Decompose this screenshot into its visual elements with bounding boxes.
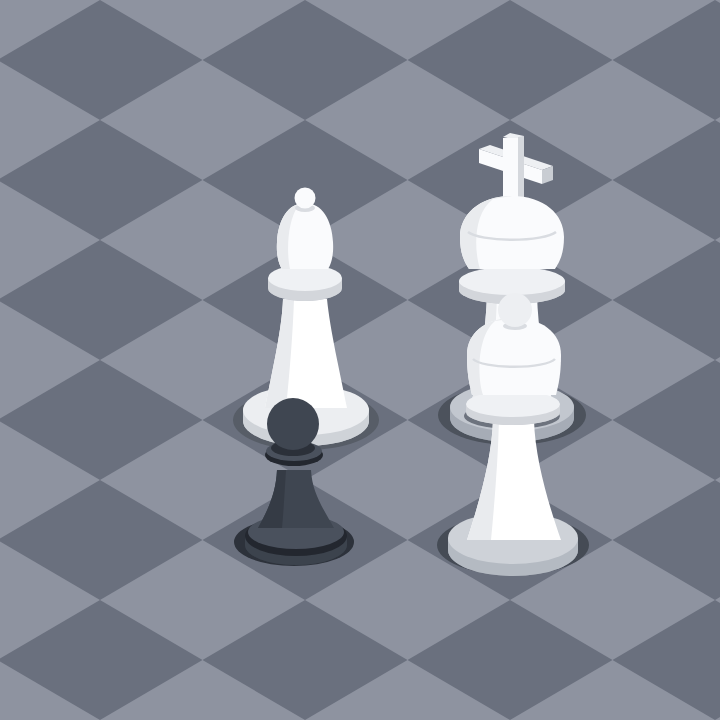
board-diamond xyxy=(0,240,203,360)
chessboard-scene xyxy=(0,0,720,720)
white-pawn-illustration xyxy=(435,288,592,582)
board-diamond xyxy=(0,600,203,720)
board-diamond xyxy=(203,0,408,120)
white-pawn-collar xyxy=(466,391,560,425)
board-diamond xyxy=(613,120,720,240)
board-diamond xyxy=(613,240,720,360)
board-diamond xyxy=(408,0,613,120)
board-diamond xyxy=(203,600,408,720)
board-diamond xyxy=(0,480,203,600)
board-diamond xyxy=(0,0,203,120)
board-diamond xyxy=(613,360,720,480)
bishop-collar xyxy=(268,265,342,301)
king-crown-dome xyxy=(460,196,564,269)
board-diamond xyxy=(613,480,720,600)
board-diamond xyxy=(0,360,203,480)
board-diamond xyxy=(613,0,720,120)
board-diamond xyxy=(613,600,720,720)
bishop-body-cone xyxy=(265,299,347,408)
white-pawn-body-cone xyxy=(467,420,561,540)
board-diamond xyxy=(408,600,613,720)
black-pawn-illustration xyxy=(230,395,358,570)
white-pawn-piece[interactable] xyxy=(435,288,592,582)
black-pawn-head xyxy=(267,398,319,450)
black-pawn-body-cone xyxy=(258,470,334,528)
board-diamond xyxy=(0,120,203,240)
black-pawn-piece[interactable] xyxy=(230,395,358,570)
bishop-mitre xyxy=(277,188,333,270)
